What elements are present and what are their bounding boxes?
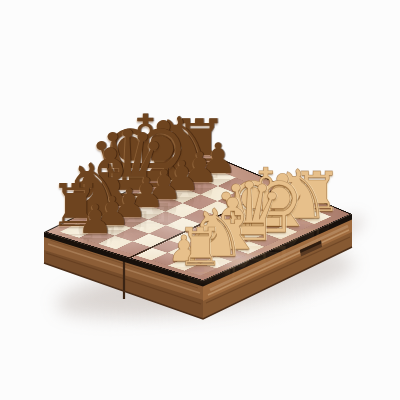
product-photo: ♜♜♞♞♝♝♛♛♚♚♝♝♞♞♜♜♟♟♟♟♟♟♟♟♟♟♟♟♟♟♟♟♟♟♟♟♟♟♟♟… bbox=[0, 0, 400, 400]
